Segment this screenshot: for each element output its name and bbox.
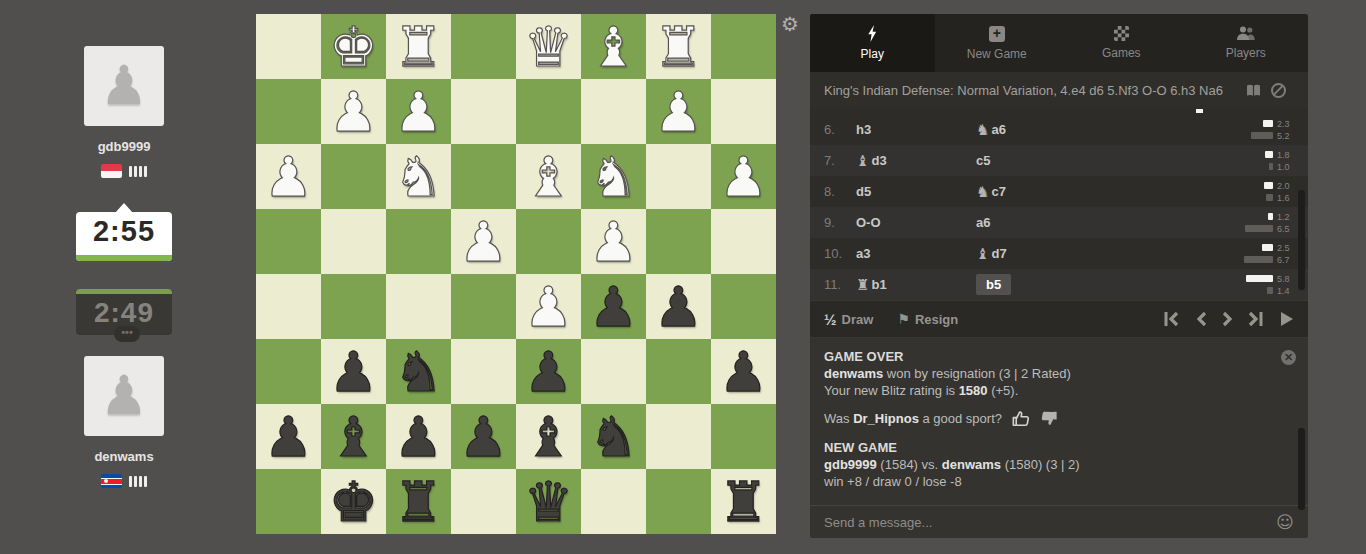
black-move[interactable]: ♞a6 — [976, 121, 1096, 139]
black-clock-green-bar — [76, 289, 172, 294]
north-korea-flag-icon — [101, 474, 122, 488]
move-san: a6 — [991, 122, 1005, 137]
square-b1[interactable]: ♜ — [646, 14, 711, 79]
move-san: d7 — [991, 246, 1006, 261]
move-san: a6 — [976, 215, 990, 230]
move-san: c5 — [976, 153, 990, 168]
explorer-disabled-icon[interactable] — [1271, 83, 1286, 98]
black-move[interactable]: ♞c7 — [976, 183, 1096, 201]
black-pawn: ♟ — [524, 340, 573, 404]
black-rook: ♜ — [719, 470, 768, 534]
white-rook: ♜ — [654, 15, 703, 79]
panel-tabs: Play + New Game Games Players — [810, 14, 1308, 72]
bottom-player-name[interactable]: denwams — [0, 449, 248, 464]
move-time-white: 2.5 — [1228, 243, 1298, 253]
indonesia-flag-icon — [101, 164, 122, 178]
go-to-end-button[interactable] — [1247, 311, 1266, 327]
game-over-title: GAME OVER — [824, 348, 1294, 365]
avatar-bottom-player[interactable]: ♟ — [84, 356, 164, 436]
black-pawn: ♟ — [589, 275, 638, 339]
checkerboard-icon — [1114, 26, 1129, 41]
players-icon — [1236, 26, 1256, 41]
square-d7[interactable]: ♝ — [516, 404, 581, 469]
square-f1[interactable]: ♜ — [386, 14, 451, 79]
move-number: 7. — [824, 153, 856, 168]
move-row: 6.h3♞a62.35.2 — [810, 114, 1308, 145]
resign-button[interactable]: ⚑ Resign — [897, 311, 958, 327]
square-c3[interactable]: ♞ — [581, 144, 646, 209]
square-h1[interactable] — [256, 14, 321, 79]
white-move[interactable]: O-O — [856, 215, 976, 230]
move-time-black: 1.4 — [1228, 286, 1298, 296]
typing-bubble-icon: ••• — [114, 326, 140, 342]
draw-button[interactable]: ½ Draw — [824, 311, 873, 328]
square-d4[interactable] — [516, 209, 581, 274]
square-h3[interactable]: ♟ — [256, 144, 321, 209]
autoplay-button[interactable] — [1279, 311, 1294, 327]
board-settings-gear-icon[interactable]: ⚙ — [781, 12, 799, 36]
top-player-name[interactable]: gdb9999 — [0, 139, 248, 154]
square-c8[interactable] — [581, 469, 646, 534]
square-f3[interactable]: ♞ — [386, 144, 451, 209]
tab-new-game[interactable]: + New Game — [935, 14, 1060, 72]
move-number: 10. — [824, 246, 856, 261]
figurine-icon: ♝ — [976, 245, 989, 263]
white-move[interactable]: ♜b1 — [856, 276, 976, 294]
square-f8[interactable]: ♜ — [386, 469, 451, 534]
move-san: d3 — [871, 153, 886, 168]
square-d1[interactable]: ♛ — [516, 14, 581, 79]
move-row: 11.♜b1b55.81.4 — [810, 269, 1308, 300]
left-rail: ♟ gdb9999 2:55 2:49 ••• ♟ denwams — [0, 0, 256, 554]
square-f2[interactable]: ♟ — [386, 79, 451, 144]
move-list-scrollbar[interactable] — [1298, 190, 1305, 290]
white-bishop: ♝ — [589, 15, 638, 79]
lightning-bolt-icon — [866, 25, 879, 42]
square-a3[interactable]: ♟ — [711, 144, 776, 209]
square-e4[interactable]: ♟ — [451, 209, 516, 274]
white-pawn: ♟ — [264, 145, 313, 209]
square-c7[interactable]: ♞ — [581, 404, 646, 469]
move-row: 8.d5♞c72.01.6 — [810, 176, 1308, 207]
square-g6[interactable]: ♟ — [321, 339, 386, 404]
square-e7[interactable]: ♟ — [451, 404, 516, 469]
black-queen: ♛ — [524, 470, 573, 534]
square-b2[interactable]: ♟ — [646, 79, 711, 144]
connection-bars-icon — [129, 166, 147, 177]
white-queen: ♛ — [524, 15, 573, 79]
game-panel: Play + New Game Games Players King's Ind… — [810, 14, 1308, 538]
black-knight: ♞ — [589, 405, 638, 469]
black-pawn: ♟ — [654, 275, 703, 339]
black-move[interactable]: ♝d7 — [976, 245, 1096, 263]
black-move[interactable]: c5 — [976, 153, 1096, 168]
white-pawn: ♟ — [719, 145, 768, 209]
square-g5[interactable] — [321, 274, 386, 339]
resign-flag-icon: ⚑ — [897, 311, 910, 327]
square-g7[interactable]: ♝ — [321, 404, 386, 469]
move-time-white: 2.0 — [1228, 181, 1298, 191]
move-row: 9.O-Oa61.26.5 — [810, 207, 1308, 238]
square-c6[interactable] — [581, 339, 646, 404]
square-g3[interactable] — [321, 144, 386, 209]
square-h7[interactable]: ♟ — [256, 404, 321, 469]
move-row-partial — [810, 108, 1308, 114]
white-bishop: ♝ — [524, 145, 573, 209]
square-a8[interactable]: ♜ — [711, 469, 776, 534]
figurine-icon: ♞ — [976, 183, 989, 201]
move-time-black: 1.6 — [1228, 193, 1298, 203]
black-pawn: ♟ — [719, 340, 768, 404]
square-g1[interactable]: ♚ — [321, 14, 386, 79]
move-row: 10.a3♝d72.56.7 — [810, 238, 1308, 269]
white-pawn: ♟ — [329, 80, 378, 144]
white-knight: ♞ — [394, 145, 443, 209]
square-a5[interactable] — [711, 274, 776, 339]
square-d8[interactable]: ♛ — [516, 469, 581, 534]
go-to-start-button[interactable] — [1163, 311, 1182, 327]
white-pawn: ♟ — [459, 210, 508, 274]
opening-name[interactable]: King's Indian Defense: Normal Variation,… — [824, 83, 1236, 98]
move-number: 11. — [824, 277, 856, 292]
square-b6[interactable] — [646, 339, 711, 404]
pawn-avatar-icon: ♟ — [100, 59, 148, 113]
smiley-icon[interactable]: ☺ — [1276, 512, 1294, 532]
black-pawn: ♟ — [329, 340, 378, 404]
black-pawn: ♟ — [459, 405, 508, 469]
white-king: ♚ — [329, 15, 378, 79]
next-move-button[interactable] — [1221, 311, 1234, 327]
square-d3[interactable]: ♝ — [516, 144, 581, 209]
black-move[interactable]: b5 — [976, 274, 1096, 295]
square-d5[interactable]: ♟ — [516, 274, 581, 339]
white-move[interactable]: d5 — [856, 184, 976, 199]
move-row: 7.♝d3c51.81.0 — [810, 145, 1308, 176]
previous-move-button[interactable] — [1195, 311, 1208, 327]
white-player-clock: 2:55 — [76, 212, 172, 261]
good-sport-question: Was Dr_Hipnos a good sport? — [824, 410, 1002, 427]
move-san: c7 — [991, 184, 1005, 199]
square-a2[interactable] — [711, 79, 776, 144]
white-pawn: ♟ — [654, 80, 703, 144]
move-number: 8. — [824, 184, 856, 199]
square-a6[interactable]: ♟ — [711, 339, 776, 404]
square-d2[interactable] — [516, 79, 581, 144]
square-a4[interactable] — [711, 209, 776, 274]
tab-players[interactable]: Players — [1184, 14, 1309, 72]
square-c2[interactable] — [581, 79, 646, 144]
chat-bar: Send a message... ☺ — [810, 505, 1308, 538]
move-san: h3 — [856, 122, 871, 137]
black-pawn: ♟ — [394, 405, 443, 469]
black-move[interactable]: a6 — [976, 215, 1096, 230]
square-g2[interactable]: ♟ — [321, 79, 386, 144]
new-rating-line: Your new Blitz rating is 1580 (+5). — [824, 382, 1294, 399]
square-f4[interactable] — [386, 209, 451, 274]
square-g8[interactable]: ♚ — [321, 469, 386, 534]
white-pawn: ♟ — [589, 210, 638, 274]
close-icon[interactable]: ✕ — [1281, 350, 1296, 365]
move-san: a3 — [856, 246, 870, 261]
clock-caret — [115, 203, 133, 213]
square-h5[interactable] — [256, 274, 321, 339]
square-g4[interactable] — [321, 209, 386, 274]
square-b3[interactable] — [646, 144, 711, 209]
square-f7[interactable]: ♟ — [386, 404, 451, 469]
game-over-section: ✕ GAME OVER denwams won by resignation (… — [810, 338, 1308, 505]
avatar-top-player[interactable]: ♟ — [84, 46, 164, 126]
black-bishop: ♝ — [524, 405, 573, 469]
square-c1[interactable]: ♝ — [581, 14, 646, 79]
square-h4[interactable] — [256, 209, 321, 274]
square-b4[interactable] — [646, 209, 711, 274]
black-pawn: ♟ — [264, 405, 313, 469]
square-a1[interactable] — [711, 14, 776, 79]
square-h8[interactable] — [256, 469, 321, 534]
figurine-icon: ♝ — [856, 152, 869, 170]
move-san: O-O — [856, 215, 881, 230]
move-san: d5 — [856, 184, 871, 199]
black-rook: ♜ — [394, 470, 443, 534]
chess-board[interactable]: ♚♜♛♝♜♟♟♟♟♞♝♞♟♟♟♟♟♟♟♞♟♟♟♝♟♟♝♞♚♜♛♜ — [256, 14, 776, 534]
chat-input[interactable]: Send a message... — [824, 515, 1276, 530]
square-c4[interactable]: ♟ — [581, 209, 646, 274]
game-controls: ½ Draw ⚑ Resign — [810, 300, 1308, 338]
white-knight: ♞ — [589, 145, 638, 209]
new-game-matchup: gdb9999 (1584) vs. denwams (1580) (3 | 2… — [824, 456, 1294, 473]
square-h2[interactable] — [256, 79, 321, 144]
square-a7[interactable] — [711, 404, 776, 469]
move-time-black: 6.7 — [1228, 255, 1298, 265]
move-time-white: 1.8 — [1228, 150, 1298, 160]
square-d6[interactable]: ♟ — [516, 339, 581, 404]
square-b7[interactable] — [646, 404, 711, 469]
chat-scrollbar[interactable] — [1298, 428, 1305, 510]
game-over-result: denwams won by resignation (3 | 2 Rated) — [824, 365, 1294, 382]
black-clock-time: 2:49 — [76, 297, 172, 329]
square-c5[interactable]: ♟ — [581, 274, 646, 339]
move-time-black: 5.2 — [1228, 131, 1298, 141]
white-clock-time: 2:55 — [76, 215, 172, 248]
half-icon: ½ — [824, 311, 837, 328]
new-game-odds: win +8 / draw 0 / lose -8 — [824, 473, 1294, 490]
pawn-avatar-icon: ♟ — [100, 369, 148, 423]
white-move[interactable]: h3 — [856, 122, 976, 137]
move-time-black: 6.5 — [1228, 224, 1298, 234]
square-e1[interactable] — [451, 14, 516, 79]
move-time-black: 1.0 — [1228, 162, 1298, 172]
square-e5[interactable] — [451, 274, 516, 339]
figurine-icon: ♞ — [976, 121, 989, 139]
connection-bars-icon — [129, 476, 147, 487]
thumbs-up-button[interactable] — [1012, 410, 1030, 427]
move-number: 9. — [824, 215, 856, 230]
square-f5[interactable] — [386, 274, 451, 339]
move-san: b1 — [871, 277, 886, 292]
white-clock-green-bar — [76, 255, 172, 261]
white-pawn: ♟ — [524, 275, 573, 339]
tab-games[interactable]: Games — [1059, 14, 1184, 72]
figurine-icon: ♜ — [856, 276, 869, 294]
move-time-white: 1.2 — [1228, 212, 1298, 222]
move-time-white: 2.3 — [1228, 119, 1298, 129]
new-game-title: NEW GAME — [824, 439, 1294, 456]
opening-book-icon[interactable] — [1246, 84, 1261, 97]
square-b5[interactable]: ♟ — [646, 274, 711, 339]
opening-row: King's Indian Defense: Normal Variation,… — [810, 72, 1308, 108]
square-f6[interactable]: ♞ — [386, 339, 451, 404]
tab-play[interactable]: Play — [810, 14, 935, 72]
move-list: 6.h3♞a62.35.27.♝d3c51.81.08.d5♞c72.01.69… — [810, 108, 1308, 300]
black-king: ♚ — [329, 470, 378, 534]
square-e3[interactable] — [451, 144, 516, 209]
move-time-white: 5.8 — [1228, 274, 1298, 284]
black-knight: ♞ — [394, 340, 443, 404]
black-bishop: ♝ — [329, 405, 378, 469]
plus-square-icon: + — [989, 26, 1005, 42]
move-number: 6. — [824, 122, 856, 137]
square-h6[interactable] — [256, 339, 321, 404]
move-san: b5 — [976, 274, 1011, 295]
thumbs-down-button[interactable] — [1040, 410, 1058, 427]
square-e8[interactable] — [451, 469, 516, 534]
square-e2[interactable] — [451, 79, 516, 144]
white-move[interactable]: ♝d3 — [856, 152, 976, 170]
white-move[interactable]: a3 — [856, 246, 976, 261]
square-b8[interactable] — [646, 469, 711, 534]
white-rook: ♜ — [394, 15, 443, 79]
white-pawn: ♟ — [394, 80, 443, 144]
square-e6[interactable] — [451, 339, 516, 404]
